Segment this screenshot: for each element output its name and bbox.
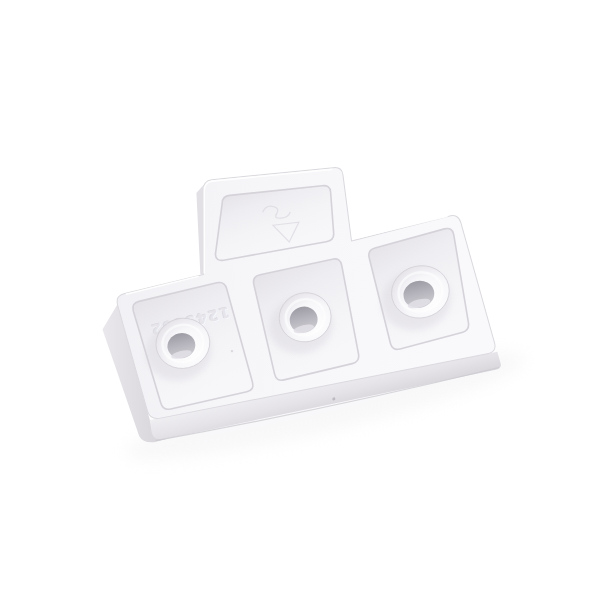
tilted-part-group: 1245802 1245802 1245802 [69,118,531,478]
photo-canvas: 1245802 1245802 1245802 [0,0,600,600]
plastic-part-photo: 1245802 1245802 1245802 [0,0,600,600]
